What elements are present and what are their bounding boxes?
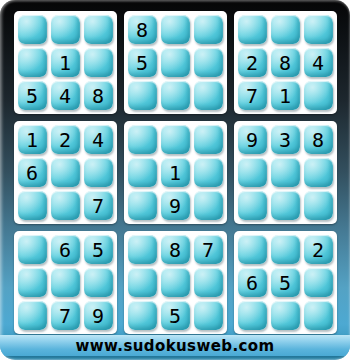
cell-r6c8[interactable] [271, 191, 300, 220]
cell-r8c4[interactable] [128, 268, 157, 297]
cell-r2c4[interactable]: 5 [128, 48, 157, 77]
cell-r2c3[interactable] [84, 48, 113, 77]
cell-r6c5[interactable]: 9 [161, 191, 190, 220]
cell-r4c7[interactable]: 9 [238, 125, 267, 154]
cell-r4c8[interactable]: 3 [271, 125, 300, 154]
cell-r9c4[interactable] [128, 301, 157, 330]
sudoku-box-9: 265 [234, 231, 337, 334]
sudoku-box-8: 875 [124, 231, 227, 334]
cell-r7c3[interactable]: 5 [84, 235, 113, 264]
cell-r8c6[interactable] [194, 268, 223, 297]
cell-r3c3[interactable]: 8 [84, 81, 113, 110]
cell-r9c1[interactable] [18, 301, 47, 330]
cell-r5c8[interactable] [271, 158, 300, 187]
cell-r7c1[interactable] [18, 235, 47, 264]
cell-r3c2[interactable]: 4 [51, 81, 80, 110]
cell-r3c7[interactable]: 7 [238, 81, 267, 110]
sudoku-app: 1548852847112467199386579875265 www.sudo… [0, 0, 350, 360]
cell-r8c5[interactable] [161, 268, 190, 297]
cell-r9c6[interactable] [194, 301, 223, 330]
cell-r7c9[interactable]: 2 [304, 235, 333, 264]
cell-r5c1[interactable]: 6 [18, 158, 47, 187]
cell-r1c1[interactable] [18, 15, 47, 44]
sudoku-box-3: 28471 [234, 11, 337, 114]
board-frame: 1548852847112467199386579875265 www.sudo… [0, 0, 350, 360]
cell-r1c9[interactable] [304, 15, 333, 44]
cell-r1c4[interactable]: 8 [128, 15, 157, 44]
cell-r8c7[interactable]: 6 [238, 268, 267, 297]
cell-r8c9[interactable] [304, 268, 333, 297]
cell-r8c8[interactable]: 5 [271, 268, 300, 297]
cell-r9c9[interactable] [304, 301, 333, 330]
cell-r6c4[interactable] [128, 191, 157, 220]
cell-r6c1[interactable] [18, 191, 47, 220]
cell-r4c2[interactable]: 2 [51, 125, 80, 154]
cell-r1c5[interactable] [161, 15, 190, 44]
cell-r3c1[interactable]: 5 [18, 81, 47, 110]
cell-r7c8[interactable] [271, 235, 300, 264]
sudoku-box-6: 938 [234, 121, 337, 224]
cell-r3c6[interactable] [194, 81, 223, 110]
cell-r6c3[interactable]: 7 [84, 191, 113, 220]
sudoku-box-1: 1548 [14, 11, 117, 114]
cell-r5c2[interactable] [51, 158, 80, 187]
cell-r8c1[interactable] [18, 268, 47, 297]
cell-r4c5[interactable] [161, 125, 190, 154]
cell-r7c7[interactable] [238, 235, 267, 264]
cell-r5c7[interactable] [238, 158, 267, 187]
cell-r2c1[interactable] [18, 48, 47, 77]
cell-r7c5[interactable]: 8 [161, 235, 190, 264]
site-url[interactable]: www.sudokusweb.com [75, 337, 274, 355]
sudoku-box-5: 19 [124, 121, 227, 224]
cell-r2c2[interactable]: 1 [51, 48, 80, 77]
cell-r9c2[interactable]: 7 [51, 301, 80, 330]
cell-r3c9[interactable] [304, 81, 333, 110]
cell-r1c7[interactable] [238, 15, 267, 44]
cell-r9c3[interactable]: 9 [84, 301, 113, 330]
cell-r2c7[interactable]: 2 [238, 48, 267, 77]
cell-r1c3[interactable] [84, 15, 113, 44]
cell-r7c2[interactable]: 6 [51, 235, 80, 264]
cell-r3c5[interactable] [161, 81, 190, 110]
sudoku-grid: 1548852847112467199386579875265 [14, 11, 337, 334]
cell-r4c3[interactable]: 4 [84, 125, 113, 154]
cell-r8c2[interactable] [51, 268, 80, 297]
cell-r5c3[interactable] [84, 158, 113, 187]
cell-r3c4[interactable] [128, 81, 157, 110]
cell-r6c2[interactable] [51, 191, 80, 220]
cell-r6c7[interactable] [238, 191, 267, 220]
cell-r1c8[interactable] [271, 15, 300, 44]
cell-r6c9[interactable] [304, 191, 333, 220]
cell-r2c5[interactable] [161, 48, 190, 77]
cell-r9c7[interactable] [238, 301, 267, 330]
footer-bar: www.sudokusweb.com [0, 335, 350, 356]
cell-r9c8[interactable] [271, 301, 300, 330]
cell-r5c6[interactable] [194, 158, 223, 187]
cell-r1c2[interactable] [51, 15, 80, 44]
cell-r2c9[interactable]: 4 [304, 48, 333, 77]
cell-r7c4[interactable] [128, 235, 157, 264]
cell-r4c6[interactable] [194, 125, 223, 154]
cell-r4c4[interactable] [128, 125, 157, 154]
sudoku-box-7: 6579 [14, 231, 117, 334]
cell-r2c8[interactable]: 8 [271, 48, 300, 77]
sudoku-box-4: 12467 [14, 121, 117, 224]
cell-r5c4[interactable] [128, 158, 157, 187]
cell-r3c8[interactable]: 1 [271, 81, 300, 110]
cell-r4c1[interactable]: 1 [18, 125, 47, 154]
cell-r8c3[interactable] [84, 268, 113, 297]
cell-r5c9[interactable] [304, 158, 333, 187]
cell-r6c6[interactable] [194, 191, 223, 220]
cell-r1c6[interactable] [194, 15, 223, 44]
cell-r5c5[interactable]: 1 [161, 158, 190, 187]
cell-r7c6[interactable]: 7 [194, 235, 223, 264]
cell-r9c5[interactable]: 5 [161, 301, 190, 330]
sudoku-box-2: 85 [124, 11, 227, 114]
cell-r2c6[interactable] [194, 48, 223, 77]
cell-r4c9[interactable]: 8 [304, 125, 333, 154]
